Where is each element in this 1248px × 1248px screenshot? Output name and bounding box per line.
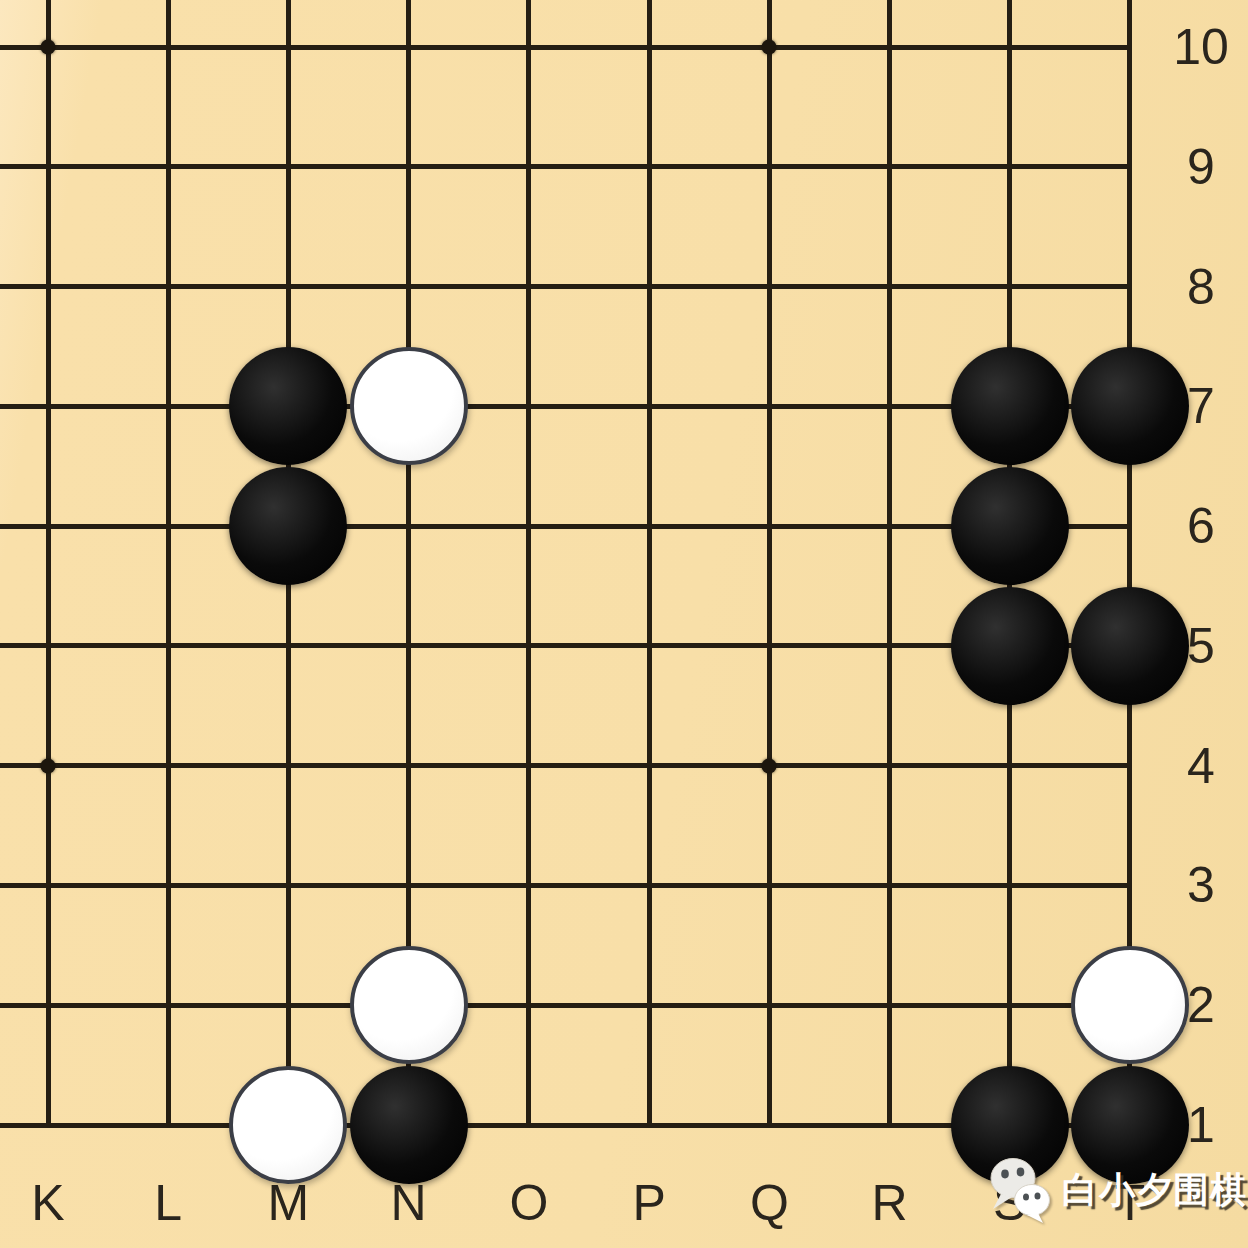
col-label-n: N <box>391 1178 427 1228</box>
grid-hline-4 <box>0 763 1132 768</box>
col-label-l: L <box>154 1178 182 1228</box>
stone-white-n7 <box>350 347 468 465</box>
grid-hline-2 <box>0 1003 1132 1008</box>
col-label-r: R <box>871 1178 907 1228</box>
watermark: 白小夕围棋 <box>990 1156 1247 1224</box>
stone-black-s7 <box>951 347 1069 465</box>
stone-black-m6 <box>229 467 347 585</box>
row-label-7: 7 <box>1187 381 1215 431</box>
row-label-6: 6 <box>1187 501 1215 551</box>
stone-black-t7 <box>1071 347 1189 465</box>
grid-hline-3 <box>0 883 1132 888</box>
grid-hline-8 <box>0 284 1132 289</box>
star-point-k4 <box>41 758 56 773</box>
star-point-q10 <box>762 40 777 55</box>
grid-hline-10 <box>0 45 1132 50</box>
stone-black-m7 <box>229 347 347 465</box>
row-label-10: 10 <box>1173 22 1229 72</box>
col-label-k: K <box>31 1178 64 1228</box>
col-label-q: Q <box>750 1178 789 1228</box>
stone-white-m1 <box>229 1066 347 1184</box>
stone-white-n2 <box>350 946 468 1064</box>
stone-black-s5 <box>951 587 1069 705</box>
stone-black-n1 <box>350 1066 468 1184</box>
row-label-2: 2 <box>1187 980 1215 1030</box>
grid-hline-9 <box>0 164 1132 169</box>
row-label-3: 3 <box>1187 860 1215 910</box>
stone-white-t2 <box>1071 946 1189 1064</box>
stone-black-s6 <box>951 467 1069 585</box>
row-label-8: 8 <box>1187 262 1215 312</box>
row-label-1: 1 <box>1187 1100 1215 1150</box>
stone-black-t5 <box>1071 587 1189 705</box>
row-label-5: 5 <box>1187 621 1215 671</box>
col-label-o: O <box>509 1178 548 1228</box>
watermark-text: 白小夕围棋 <box>1062 1172 1247 1208</box>
wechat-icon <box>990 1156 1052 1224</box>
row-label-9: 9 <box>1187 142 1215 192</box>
col-label-m: M <box>268 1178 310 1228</box>
star-point-k10 <box>41 40 56 55</box>
col-label-p: P <box>632 1178 665 1228</box>
row-label-4: 4 <box>1187 741 1215 791</box>
go-board: KLMNOPQRST10987654321 白小夕围棋 <box>0 0 1248 1248</box>
star-point-q4 <box>762 758 777 773</box>
